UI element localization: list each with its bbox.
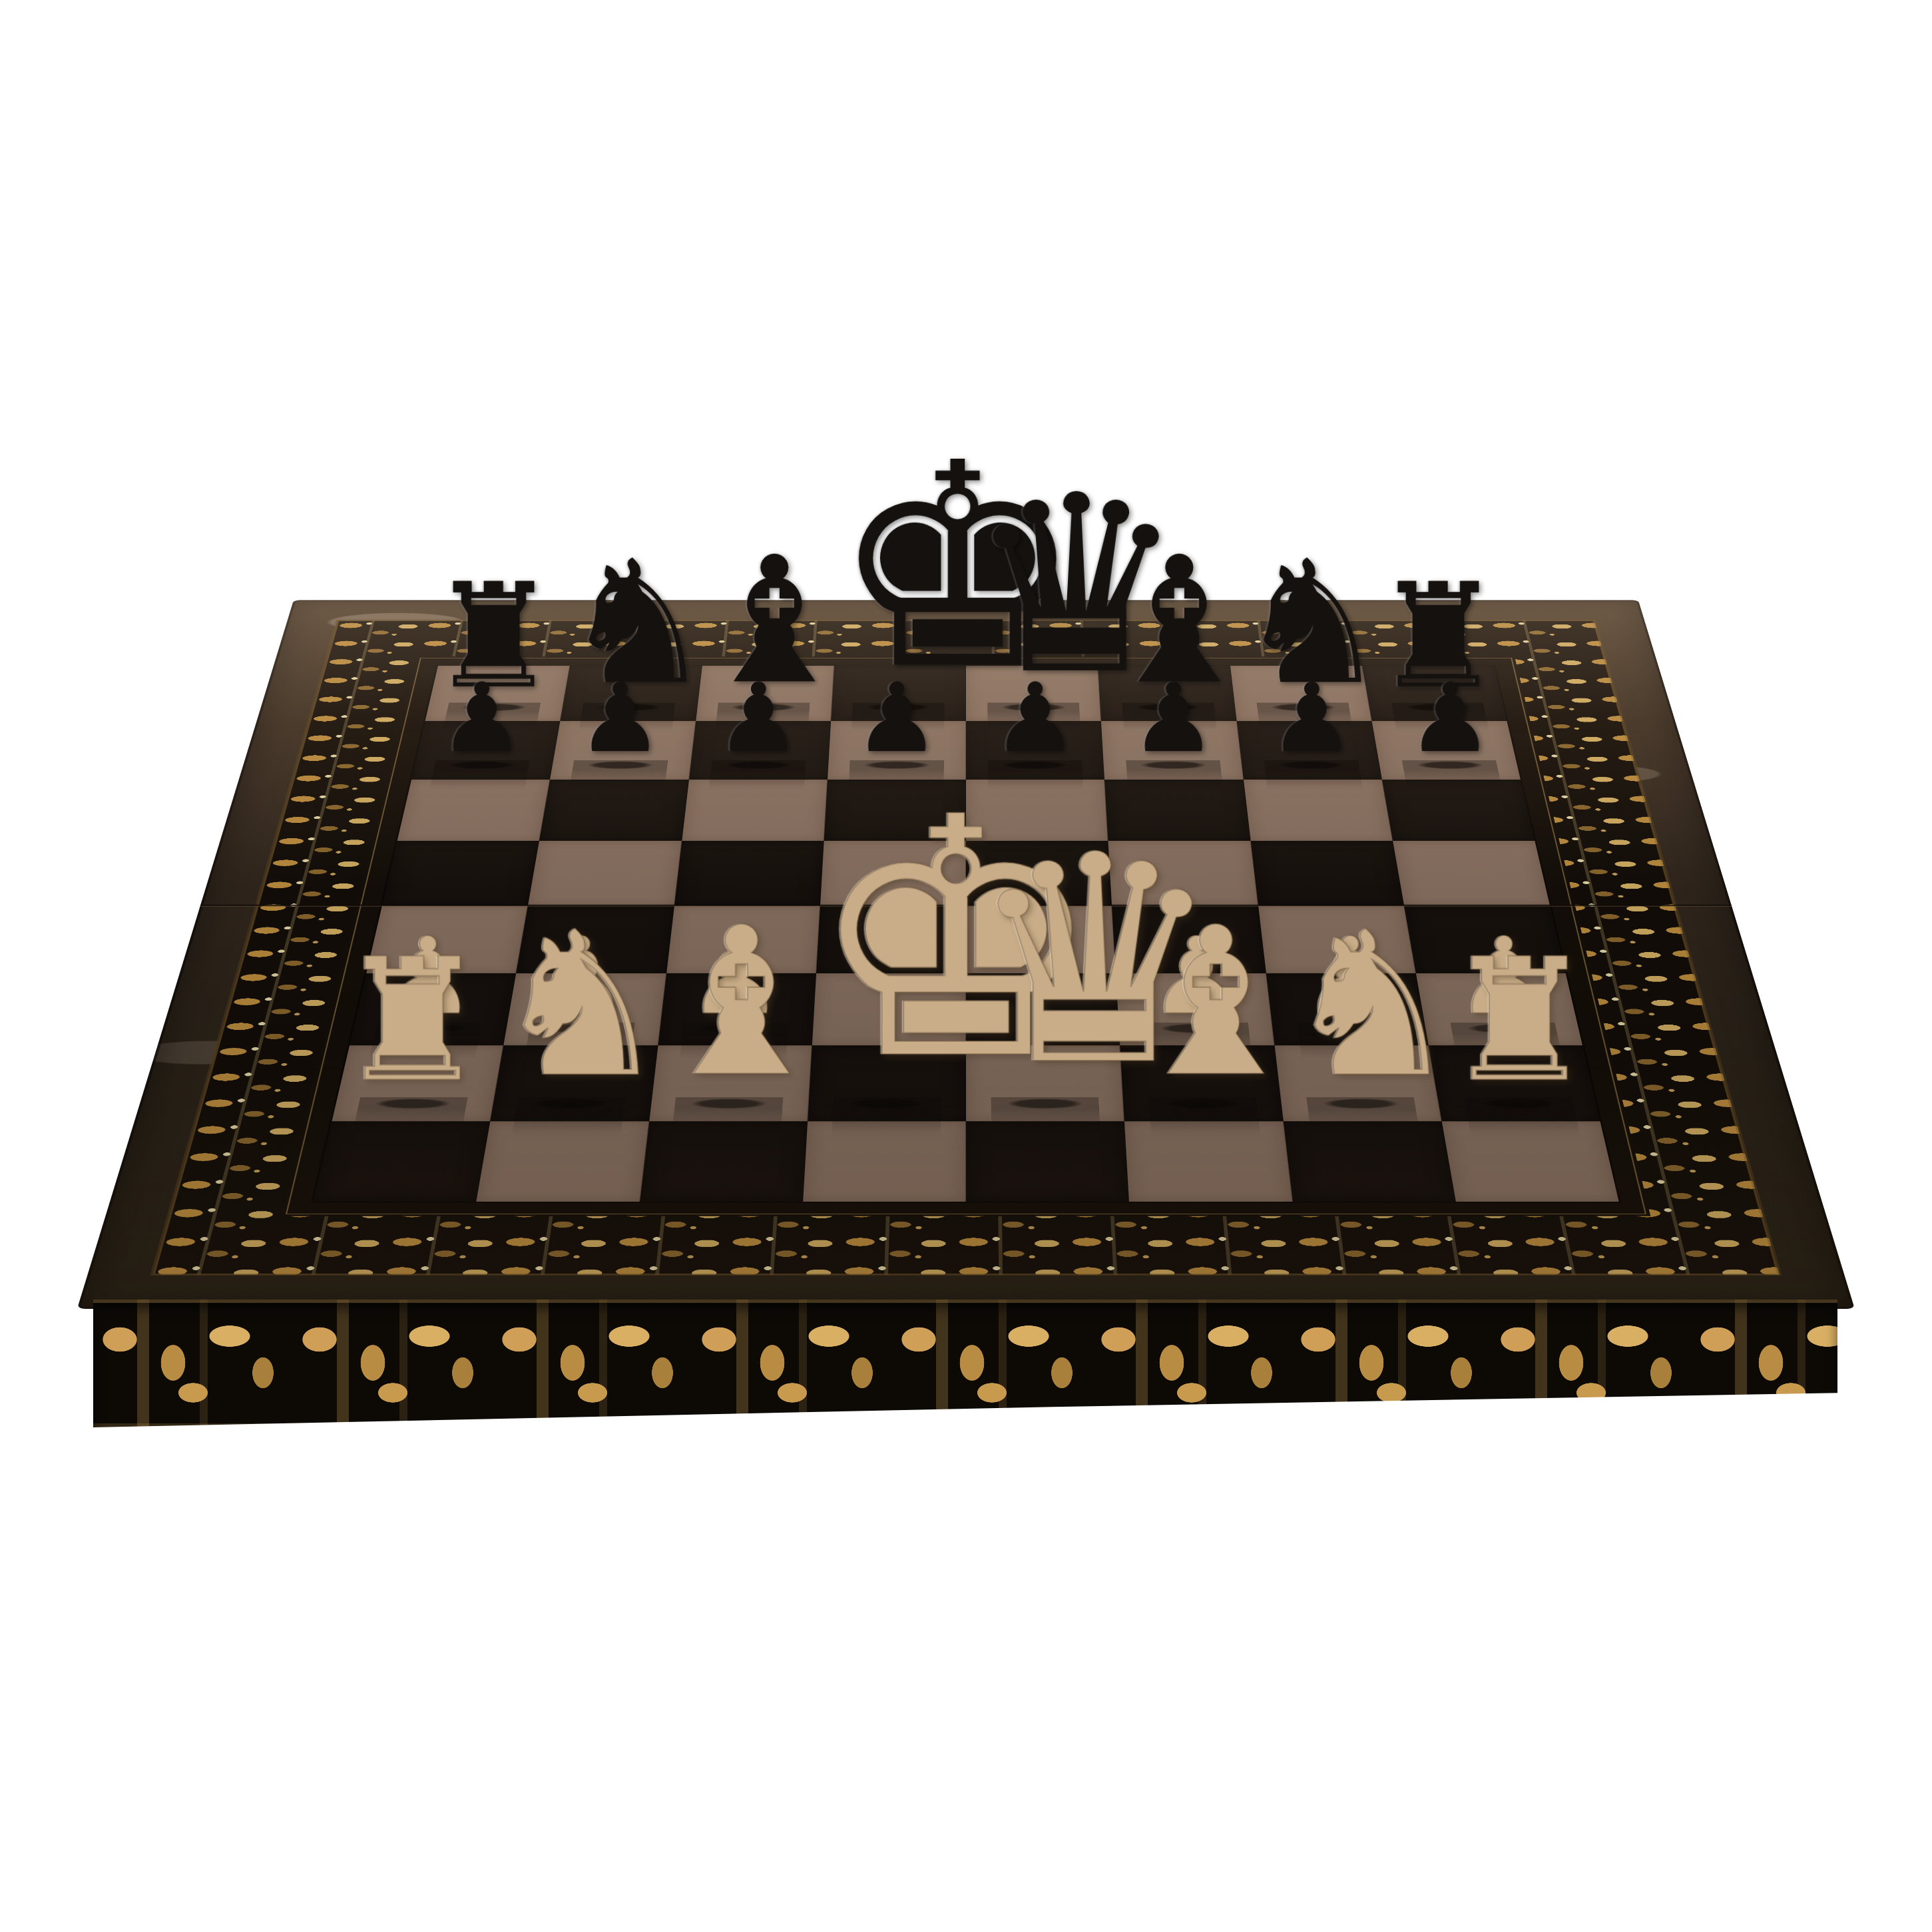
- square-f6[interactable]: [1104, 780, 1250, 841]
- square-e1[interactable]: [966, 1121, 1129, 1202]
- square-g2[interactable]: [1274, 1045, 1441, 1121]
- scene: ♜♞♝♚♛♝♞♜♟♟♟♟♟♟♟♟♟♟♟♟♟♟♜♞♝♚♛♝♞♜: [0, 0, 1932, 1932]
- square-h1[interactable]: [1441, 1121, 1618, 1202]
- square-b6[interactable]: [539, 780, 688, 841]
- chess-board: ♜♞♝♚♛♝♞♜♟♟♟♟♟♟♟♟♟♟♟♟♟♟♜♞♝♚♛♝♞♜: [77, 601, 1855, 1309]
- square-c1[interactable]: [640, 1121, 808, 1202]
- square-g6[interactable]: [1243, 780, 1392, 841]
- square-f1[interactable]: [1124, 1121, 1292, 1202]
- square-b1[interactable]: [476, 1121, 648, 1202]
- square-a8[interactable]: [425, 666, 570, 721]
- square-f2[interactable]: [1120, 1045, 1283, 1121]
- square-e8[interactable]: [966, 666, 1101, 721]
- square-h8[interactable]: [1362, 666, 1507, 721]
- square-a6[interactable]: [397, 780, 551, 841]
- square-g8[interactable]: [1230, 666, 1372, 721]
- square-g3[interactable]: [1266, 973, 1428, 1045]
- square-f3[interactable]: [1116, 973, 1274, 1045]
- square-c3[interactable]: [658, 973, 816, 1045]
- square-f8[interactable]: [1098, 666, 1236, 721]
- square-a2[interactable]: [332, 1045, 503, 1121]
- square-d2[interactable]: [808, 1045, 966, 1121]
- square-e6[interactable]: [966, 780, 1108, 841]
- square-d8[interactable]: [831, 666, 966, 721]
- square-e2[interactable]: [966, 1045, 1124, 1121]
- square-c6[interactable]: [682, 780, 828, 841]
- square-b8[interactable]: [561, 666, 702, 721]
- square-d3[interactable]: [812, 973, 966, 1045]
- square-d6[interactable]: [824, 780, 966, 841]
- square-d1[interactable]: [803, 1121, 966, 1202]
- square-h6[interactable]: [1382, 780, 1535, 841]
- square-c8[interactable]: [696, 666, 834, 721]
- square-b3[interactable]: [504, 973, 666, 1045]
- square-a1[interactable]: [313, 1121, 490, 1202]
- square-a3[interactable]: [350, 973, 516, 1045]
- square-h3[interactable]: [1416, 973, 1582, 1045]
- square-e3[interactable]: [966, 973, 1120, 1045]
- square-h2[interactable]: [1428, 1045, 1600, 1121]
- square-g1[interactable]: [1283, 1121, 1455, 1202]
- square-b2[interactable]: [491, 1045, 658, 1121]
- square-c2[interactable]: [649, 1045, 812, 1121]
